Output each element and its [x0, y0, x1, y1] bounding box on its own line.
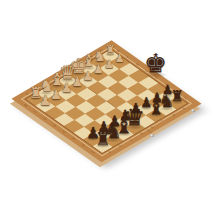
piece-shadow [82, 66, 95, 70]
coordinate-label: c [46, 80, 51, 83]
piece-shadow [83, 79, 93, 82]
coordinate-label: 7 [126, 56, 131, 59]
coordinate-label: a [24, 92, 29, 95]
coordinate-label: 2 [81, 144, 86, 147]
coordinate-label: f [78, 62, 82, 65]
coordinate-label: 6 [135, 63, 140, 66]
piece-shadow [97, 131, 110, 135]
coordinate-label: c [128, 138, 133, 141]
coordinate-label: e [67, 67, 72, 70]
coordinate-label: 8 [24, 104, 29, 107]
coordinate-label: 5 [52, 124, 57, 127]
piece-shadow [72, 86, 83, 89]
clasp-knob-icon [150, 134, 154, 137]
coordinate-label: f [160, 120, 164, 123]
piece-shadow [125, 125, 145, 131]
product-photo-scene: aa88bb77cc66dd55ee44ff33gg22hh11 ♜♞♝♛♚♝♞… [0, 0, 220, 220]
piece-shadow [94, 73, 104, 76]
piece-shadow [105, 138, 122, 143]
piece-shadow [87, 138, 100, 142]
piece-shadow [104, 67, 114, 70]
coordinate-label: 6 [43, 117, 48, 120]
piece-shadow [115, 131, 133, 136]
coordinate-label: h [182, 107, 187, 110]
coordinate-label: e [150, 126, 155, 129]
coordinate-label: b [35, 86, 40, 89]
coordinate-label: 3 [71, 137, 76, 140]
coordinate-label: 1 [90, 151, 95, 154]
coordinate-label: d [56, 74, 61, 77]
coordinate-label: h [99, 49, 104, 52]
piece-shadow [60, 78, 76, 83]
coordinate-label: 1 [183, 97, 188, 100]
piece-shadow [171, 101, 184, 105]
coordinate-label: 8 [116, 50, 121, 53]
coordinate-label: d [139, 132, 144, 135]
clasp-knob-icon [191, 109, 195, 112]
coordinate-label: a [107, 151, 112, 154]
piece-shadow [148, 113, 165, 118]
piece-shadow [105, 54, 115, 57]
coordinate-label: b [118, 144, 123, 147]
coordinate-label: 3 [164, 83, 169, 86]
piece-shadow [108, 125, 120, 129]
coordinate-label: 7 [33, 110, 38, 113]
coordinate-label: g [171, 113, 176, 116]
piece-shadow [61, 92, 72, 95]
coordinate-label: 4 [62, 131, 67, 134]
piece-shadow [40, 91, 54, 95]
piece-shadow [30, 97, 42, 101]
piece-shadow [70, 72, 87, 77]
coordinate-label: 2 [173, 90, 178, 93]
coordinate-label: g [88, 55, 93, 58]
piece-shadow [115, 61, 124, 64]
